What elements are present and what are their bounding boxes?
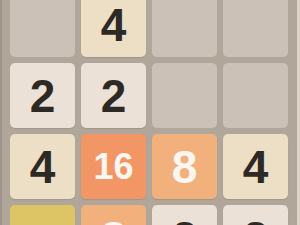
game-board[interactable]: 42241684128822 xyxy=(10,0,288,225)
tile-16-r2c1: 16 xyxy=(81,134,146,199)
tile-2-r1c0: 2 xyxy=(10,63,75,128)
empty-cell-r0c2 xyxy=(152,0,217,57)
game-screen: 42241684128822 xyxy=(0,0,300,225)
tile-8-r3c1: 8 xyxy=(81,205,146,225)
tile-4-r2c3: 4 xyxy=(223,134,288,199)
tile-4-r0c1: 4 xyxy=(81,0,146,57)
empty-cell-r0c3 xyxy=(223,0,288,57)
empty-cell-r1c3 xyxy=(223,63,288,128)
tile-4-r2c0: 4 xyxy=(10,134,75,199)
tile-2-r3c3: 2 xyxy=(223,205,288,225)
tile-128-r3c0: 128 xyxy=(10,205,75,225)
tile-2-r1c1: 2 xyxy=(81,63,146,128)
empty-cell-r1c2 xyxy=(152,63,217,128)
board-left-edge xyxy=(0,0,2,225)
page-background-right-edge xyxy=(297,0,300,225)
tile-2-r3c2: 2 xyxy=(152,205,217,225)
empty-cell-r0c0 xyxy=(10,0,75,57)
tile-8-r2c2: 8 xyxy=(152,134,217,199)
